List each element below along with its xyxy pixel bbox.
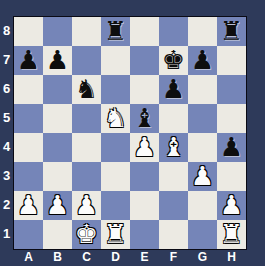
square-g6[interactable] [188, 75, 217, 104]
piece-black-pawn-g7[interactable]: ♟ [191, 46, 214, 75]
square-h7[interactable] [217, 46, 246, 75]
piece-white-pawn-h2[interactable]: ♟ [220, 191, 243, 220]
file-label-h: H [217, 249, 246, 265]
square-g1[interactable] [188, 220, 217, 249]
square-c3[interactable] [72, 162, 101, 191]
square-e1[interactable] [130, 220, 159, 249]
square-c6[interactable]: ♞ [72, 75, 101, 104]
square-h3[interactable] [217, 162, 246, 191]
square-h6[interactable] [217, 75, 246, 104]
piece-black-bishop-e5[interactable]: ♝ [133, 104, 156, 133]
square-a3[interactable] [14, 162, 43, 191]
piece-black-rook-h8[interactable]: ♜ [220, 17, 243, 46]
square-c2[interactable]: ♟ [72, 191, 101, 220]
square-c1[interactable]: ♚ [72, 220, 101, 249]
square-e7[interactable] [130, 46, 159, 75]
square-d2[interactable] [101, 191, 130, 220]
square-e3[interactable] [130, 162, 159, 191]
square-a7[interactable]: ♟ [14, 46, 43, 75]
file-label-c: C [72, 249, 101, 265]
square-d3[interactable] [101, 162, 130, 191]
rank-label-2: 2 [0, 190, 13, 219]
piece-white-knight-d5[interactable]: ♞ [104, 104, 127, 133]
square-h2[interactable]: ♟ [217, 191, 246, 220]
square-f1[interactable] [159, 220, 188, 249]
rank-label-4: 4 [0, 132, 13, 161]
file-label-e: E [130, 249, 159, 265]
piece-black-pawn-a7[interactable]: ♟ [17, 46, 40, 75]
piece-black-king-f7[interactable]: ♚ [162, 46, 185, 75]
square-b3[interactable] [43, 162, 72, 191]
square-b4[interactable] [43, 133, 72, 162]
square-b7[interactable]: ♟ [43, 46, 72, 75]
square-a5[interactable] [14, 104, 43, 133]
square-f5[interactable] [159, 104, 188, 133]
piece-black-pawn-f6[interactable]: ♟ [162, 75, 185, 104]
piece-white-rook-d1[interactable]: ♜ [104, 220, 127, 249]
square-d6[interactable] [101, 75, 130, 104]
file-label-d: D [101, 249, 130, 265]
square-a2[interactable]: ♟ [14, 191, 43, 220]
square-g3[interactable]: ♟ [188, 162, 217, 191]
square-d1[interactable]: ♜ [101, 220, 130, 249]
piece-black-pawn-h4[interactable]: ♟ [220, 133, 243, 162]
piece-white-pawn-c2[interactable]: ♟ [75, 191, 98, 220]
square-a4[interactable] [14, 133, 43, 162]
piece-white-pawn-a2[interactable]: ♟ [17, 191, 40, 220]
square-f8[interactable] [159, 17, 188, 46]
square-e6[interactable] [130, 75, 159, 104]
file-labels: ABCDEFGH [14, 249, 246, 265]
square-c8[interactable] [72, 17, 101, 46]
rank-label-5: 5 [0, 103, 13, 132]
square-f6[interactable]: ♟ [159, 75, 188, 104]
square-f2[interactable] [159, 191, 188, 220]
piece-white-pawn-g3[interactable]: ♟ [191, 162, 214, 191]
square-h5[interactable] [217, 104, 246, 133]
square-a6[interactable] [14, 75, 43, 104]
rank-label-8: 8 [0, 16, 13, 45]
rank-label-3: 3 [0, 161, 13, 190]
chess-diagram: 87654321 ♜♜♟♟♚♟♞♟♞♝♟♝♟♟♟♟♟♟♚♜♜ ABCDEFGH [0, 0, 265, 266]
file-label-g: G [188, 249, 217, 265]
square-h8[interactable]: ♜ [217, 17, 246, 46]
square-g5[interactable] [188, 104, 217, 133]
piece-black-rook-d8[interactable]: ♜ [104, 17, 127, 46]
square-e8[interactable] [130, 17, 159, 46]
square-a8[interactable] [14, 17, 43, 46]
square-d4[interactable] [101, 133, 130, 162]
square-b6[interactable] [43, 75, 72, 104]
square-e5[interactable]: ♝ [130, 104, 159, 133]
square-c4[interactable] [72, 133, 101, 162]
square-f7[interactable]: ♚ [159, 46, 188, 75]
square-b5[interactable] [43, 104, 72, 133]
square-h4[interactable]: ♟ [217, 133, 246, 162]
rank-labels: 87654321 [0, 16, 13, 248]
file-label-a: A [14, 249, 43, 265]
piece-white-rook-h1[interactable]: ♜ [220, 220, 243, 249]
file-label-f: F [159, 249, 188, 265]
piece-white-pawn-b2[interactable]: ♟ [46, 191, 69, 220]
piece-black-knight-c6[interactable]: ♞ [75, 75, 98, 104]
square-b8[interactable] [43, 17, 72, 46]
square-b2[interactable]: ♟ [43, 191, 72, 220]
square-e2[interactable] [130, 191, 159, 220]
piece-black-pawn-b7[interactable]: ♟ [46, 46, 69, 75]
square-d5[interactable]: ♞ [101, 104, 130, 133]
square-f4[interactable]: ♝ [159, 133, 188, 162]
square-c7[interactable] [72, 46, 101, 75]
square-g7[interactable]: ♟ [188, 46, 217, 75]
square-h1[interactable]: ♜ [217, 220, 246, 249]
square-c5[interactable] [72, 104, 101, 133]
rank-label-7: 7 [0, 45, 13, 74]
square-g2[interactable] [188, 191, 217, 220]
square-f3[interactable] [159, 162, 188, 191]
file-label-b: B [43, 249, 72, 265]
square-g8[interactable] [188, 17, 217, 46]
rank-label-6: 6 [0, 74, 13, 103]
rank-label-1: 1 [0, 219, 13, 248]
piece-white-king-c1[interactable]: ♚ [75, 220, 98, 249]
square-a1[interactable] [14, 220, 43, 249]
piece-white-pawn-e4[interactable]: ♟ [133, 133, 156, 162]
square-d8[interactable]: ♜ [101, 17, 130, 46]
piece-white-bishop-f4[interactable]: ♝ [162, 133, 185, 162]
square-d7[interactable] [101, 46, 130, 75]
square-b1[interactable] [43, 220, 72, 249]
square-e4[interactable]: ♟ [130, 133, 159, 162]
chess-board: ♜♜♟♟♚♟♞♟♞♝♟♝♟♟♟♟♟♟♚♜♜ [13, 16, 247, 250]
square-g4[interactable] [188, 133, 217, 162]
